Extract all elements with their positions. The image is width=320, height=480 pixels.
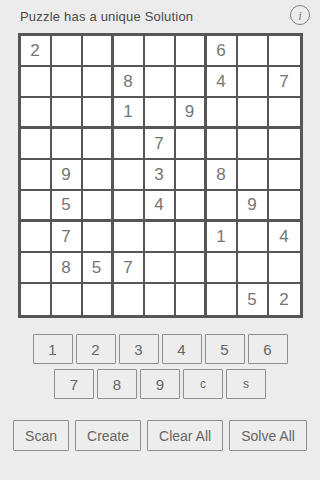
cell-r1c8[interactable]: [238, 36, 269, 67]
cell-r7c6[interactable]: [176, 222, 207, 253]
cell-r7c7[interactable]: 1: [207, 222, 238, 253]
action-row: ScanCreateClear AllSolve All: [0, 420, 320, 451]
cell-r3c2[interactable]: [52, 98, 83, 129]
cell-r9c6[interactable]: [176, 284, 207, 315]
cell-r8c4[interactable]: 7: [114, 253, 145, 284]
key-6[interactable]: 6: [248, 334, 288, 364]
cell-r7c1[interactable]: [21, 222, 52, 253]
key-c[interactable]: c: [183, 369, 223, 399]
cell-r6c7[interactable]: [207, 191, 238, 222]
cell-r3c4[interactable]: 1: [114, 98, 145, 129]
cell-r6c9[interactable]: [269, 191, 300, 222]
cell-r6c3[interactable]: [83, 191, 114, 222]
cell-r9c3[interactable]: [83, 284, 114, 315]
cell-r4c5[interactable]: 7: [145, 129, 176, 160]
key-3[interactable]: 3: [119, 334, 159, 364]
cell-r5c7[interactable]: 8: [207, 160, 238, 191]
cell-r6c2[interactable]: 5: [52, 191, 83, 222]
cell-r3c8[interactable]: [238, 98, 269, 129]
cell-r5c2[interactable]: 9: [52, 160, 83, 191]
cell-r7c4[interactable]: [114, 222, 145, 253]
cell-r8c5[interactable]: [145, 253, 176, 284]
cell-r6c1[interactable]: [21, 191, 52, 222]
cell-r7c2[interactable]: 7: [52, 222, 83, 253]
cell-r9c7[interactable]: [207, 284, 238, 315]
cell-r5c4[interactable]: [114, 160, 145, 191]
create-button[interactable]: Create: [75, 420, 141, 451]
cell-r2c8[interactable]: [238, 67, 269, 98]
cell-r4c3[interactable]: [83, 129, 114, 160]
keypad-row-2: 789cs: [0, 369, 320, 399]
cell-r4c9[interactable]: [269, 129, 300, 160]
cell-r9c9[interactable]: 2: [269, 284, 300, 315]
cell-r8c8[interactable]: [238, 253, 269, 284]
cell-r6c4[interactable]: [114, 191, 145, 222]
cell-r1c2[interactable]: [52, 36, 83, 67]
cell-r9c2[interactable]: [52, 284, 83, 315]
cell-r7c5[interactable]: [145, 222, 176, 253]
cell-r4c1[interactable]: [21, 129, 52, 160]
key-s[interactable]: s: [226, 369, 266, 399]
cell-r4c8[interactable]: [238, 129, 269, 160]
cell-r8c2[interactable]: 8: [52, 253, 83, 284]
cell-r5c5[interactable]: 3: [145, 160, 176, 191]
key-4[interactable]: 4: [162, 334, 202, 364]
cell-r2c1[interactable]: [21, 67, 52, 98]
cell-r7c9[interactable]: 4: [269, 222, 300, 253]
cell-r9c4[interactable]: [114, 284, 145, 315]
cell-r3c5[interactable]: [145, 98, 176, 129]
cell-r1c1[interactable]: 2: [21, 36, 52, 67]
cell-r5c1[interactable]: [21, 160, 52, 191]
cell-r8c1[interactable]: [21, 253, 52, 284]
cell-r2c4[interactable]: 8: [114, 67, 145, 98]
cell-r2c2[interactable]: [52, 67, 83, 98]
cell-r8c7[interactable]: [207, 253, 238, 284]
cell-r1c7[interactable]: 6: [207, 36, 238, 67]
cell-r5c8[interactable]: [238, 160, 269, 191]
cell-r6c6[interactable]: [176, 191, 207, 222]
cell-r4c6[interactable]: [176, 129, 207, 160]
cell-r2c9[interactable]: 7: [269, 67, 300, 98]
info-icon[interactable]: i: [290, 5, 310, 25]
cell-r7c3[interactable]: [83, 222, 114, 253]
cell-r1c6[interactable]: [176, 36, 207, 67]
cell-r1c5[interactable]: [145, 36, 176, 67]
cell-r7c8[interactable]: [238, 222, 269, 253]
key-7[interactable]: 7: [54, 369, 94, 399]
cell-r3c3[interactable]: [83, 98, 114, 129]
cell-r4c2[interactable]: [52, 129, 83, 160]
cell-r3c7[interactable]: [207, 98, 238, 129]
cell-r3c6[interactable]: 9: [176, 98, 207, 129]
cell-r1c3[interactable]: [83, 36, 114, 67]
cell-r8c6[interactable]: [176, 253, 207, 284]
cell-r2c3[interactable]: [83, 67, 114, 98]
cell-r3c9[interactable]: [269, 98, 300, 129]
cell-r2c6[interactable]: [176, 67, 207, 98]
key-8[interactable]: 8: [97, 369, 137, 399]
cell-r9c8[interactable]: 5: [238, 284, 269, 315]
cell-r6c8[interactable]: 9: [238, 191, 269, 222]
key-2[interactable]: 2: [76, 334, 116, 364]
cell-r8c3[interactable]: 5: [83, 253, 114, 284]
cell-r4c4[interactable]: [114, 129, 145, 160]
status-text: Puzzle has a unique Solution: [20, 9, 193, 24]
cell-r5c9[interactable]: [269, 160, 300, 191]
clear-all-button[interactable]: Clear All: [147, 420, 223, 451]
cell-r3c1[interactable]: [21, 98, 52, 129]
key-1[interactable]: 1: [33, 334, 73, 364]
cell-r1c9[interactable]: [269, 36, 300, 67]
header: Puzzle has a unique Solution i: [0, 0, 320, 33]
cell-r6c5[interactable]: 4: [145, 191, 176, 222]
keypad-row-1: 123456: [0, 334, 320, 364]
app-screen: Puzzle has a unique Solution i 268471979…: [0, 0, 320, 480]
scan-button[interactable]: Scan: [13, 420, 69, 451]
sudoku-board: 2684719793854971485752: [18, 33, 303, 318]
key-9[interactable]: 9: [140, 369, 180, 399]
cell-r5c3[interactable]: [83, 160, 114, 191]
cell-r5c6[interactable]: [176, 160, 207, 191]
cell-r2c7[interactable]: 4: [207, 67, 238, 98]
cell-r8c9[interactable]: [269, 253, 300, 284]
cell-r1c4[interactable]: [114, 36, 145, 67]
cell-r2c5[interactable]: [145, 67, 176, 98]
solve-all-button[interactable]: Solve All: [229, 420, 307, 451]
cell-r9c5[interactable]: [145, 284, 176, 315]
cell-r9c1[interactable]: [21, 284, 52, 315]
key-5[interactable]: 5: [205, 334, 245, 364]
cell-r4c7[interactable]: [207, 129, 238, 160]
